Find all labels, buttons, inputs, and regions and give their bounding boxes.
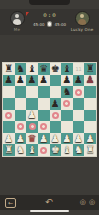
- square-c6[interactable]: [26, 86, 38, 98]
- square-g8[interactable]: 11: [73, 63, 85, 75]
- square-c4[interactable]: ♟: [26, 110, 38, 122]
- black-pawn: ♟: [51, 99, 60, 109]
- ghost-marker: 11: [75, 66, 81, 72]
- square-a4[interactable]: [3, 110, 15, 122]
- player-left[interactable]: Me: [2, 11, 32, 32]
- undo-icon[interactable]: ↶: [45, 198, 53, 207]
- square-f1[interactable]: ♝: [61, 144, 73, 156]
- square-h7[interactable]: ♟: [84, 75, 96, 87]
- square-d2[interactable]: ♟: [38, 133, 50, 145]
- square-h1[interactable]: ♜: [84, 144, 96, 156]
- black-pawn: ♟: [62, 75, 71, 85]
- square-b2[interactable]: ♟: [15, 133, 27, 145]
- square-a8[interactable]: ♜: [3, 63, 15, 75]
- white-bishop: ♝: [28, 145, 37, 155]
- square-a2[interactable]: ♟: [3, 133, 15, 145]
- legal-move-dot[interactable]: [40, 147, 47, 154]
- white-pawn: ♟: [16, 134, 25, 144]
- match-header: Me 0 : 0 45:00 45:00 Lucky One: [0, 9, 99, 35]
- black-pawn: ♟: [16, 75, 25, 85]
- square-d1[interactable]: [38, 144, 50, 156]
- legal-move-dot[interactable]: [63, 100, 70, 107]
- legal-move-dot[interactable]: [29, 123, 36, 130]
- white-rook: ♜: [86, 145, 95, 155]
- square-g5[interactable]: [73, 98, 85, 110]
- square-f6[interactable]: ♞: [61, 86, 73, 98]
- player-left-avatar[interactable]: [10, 11, 25, 26]
- hint-icon[interactable]: ◎: [80, 199, 86, 206]
- white-pawn: ♟: [86, 134, 95, 144]
- square-e6[interactable]: [50, 86, 62, 98]
- match-score: 0 : 0: [33, 12, 66, 18]
- square-d6[interactable]: [38, 86, 50, 98]
- square-f2[interactable]: ♟: [61, 133, 73, 145]
- black-pawn: ♟: [4, 75, 13, 85]
- settings-icon[interactable]: ◎: [89, 199, 95, 206]
- home-indicator[interactable]: [30, 210, 69, 212]
- white-king: ♚: [51, 145, 60, 155]
- square-h5[interactable]: [84, 98, 96, 110]
- square-e4[interactable]: [50, 110, 62, 122]
- player-left-flag-icon: [26, 12, 29, 16]
- avatar-head: [15, 14, 19, 18]
- square-b3[interactable]: [15, 121, 27, 133]
- square-e5[interactable]: ♟: [50, 98, 62, 110]
- black-pawn: ♟: [86, 75, 95, 85]
- white-pawn: ♟: [39, 134, 48, 144]
- black-rook: ♜: [4, 64, 13, 74]
- player-right[interactable]: Lucky One: [67, 11, 97, 32]
- square-e2[interactable]: ♟: [50, 133, 62, 145]
- square-a7[interactable]: ♟: [3, 75, 15, 87]
- square-h2[interactable]: ♟: [84, 133, 96, 145]
- square-d4[interactable]: [38, 110, 50, 122]
- square-c7[interactable]: ♟: [26, 75, 38, 87]
- black-knight: ♞: [16, 64, 25, 74]
- black-pawn: ♟: [74, 75, 83, 85]
- white-pawn: ♟: [51, 134, 60, 144]
- avatar-head: [80, 14, 84, 18]
- black-knight: ♞: [62, 87, 71, 97]
- clock-row: 45:00 45:00: [33, 21, 66, 27]
- white-rook: ♜: [4, 145, 13, 155]
- black-bishop: ♝: [28, 64, 37, 74]
- square-g4[interactable]: [73, 110, 85, 122]
- square-b1[interactable]: ♞: [15, 144, 27, 156]
- black-rook: ♜: [86, 64, 95, 74]
- legal-move-dot[interactable]: [40, 123, 47, 130]
- square-f7[interactable]: ♟: [61, 75, 73, 87]
- white-pawn: ♟: [28, 110, 37, 120]
- white-pawn: ♟: [62, 134, 71, 144]
- square-h4[interactable]: [84, 110, 96, 122]
- black-queen: ♛: [39, 64, 48, 74]
- square-d5[interactable]: [38, 98, 50, 110]
- square-c5[interactable]: [26, 98, 38, 110]
- square-h6[interactable]: [84, 86, 96, 98]
- legal-move-dot[interactable]: [17, 123, 24, 130]
- turn-indicator-dot: [47, 21, 53, 27]
- square-e3[interactable]: [50, 121, 62, 133]
- square-c3[interactable]: [26, 121, 38, 133]
- square-e8[interactable]: ♚: [50, 63, 62, 75]
- square-c2[interactable]: ♛: [26, 133, 38, 145]
- black-king: ♚: [51, 64, 60, 74]
- square-c8[interactable]: ♝: [26, 63, 38, 75]
- white-bishop: ♝: [62, 145, 71, 155]
- black-pawn: ♟: [28, 75, 37, 85]
- avatar-body: [13, 19, 21, 25]
- player-left-name: Me: [2, 27, 32, 32]
- black-pawn: ♟: [39, 75, 48, 85]
- square-a5[interactable]: [3, 98, 15, 110]
- clock-right: 45:00: [54, 22, 66, 27]
- square-b5[interactable]: [15, 98, 27, 110]
- square-b8[interactable]: ♞: [15, 63, 27, 75]
- player-right-avatar[interactable]: [75, 11, 90, 26]
- square-g7[interactable]: ♟: [73, 75, 85, 87]
- square-f4[interactable]: [61, 110, 73, 122]
- square-b4[interactable]: [15, 110, 27, 122]
- square-b6[interactable]: [15, 86, 27, 98]
- square-g2[interactable]: ♟: [73, 133, 85, 145]
- square-a6[interactable]: [3, 86, 15, 98]
- player-right-name: Lucky One: [67, 27, 97, 32]
- phone-notch: [29, 0, 70, 5]
- legal-move-dot[interactable]: [52, 112, 59, 119]
- square-d7[interactable]: ♟: [38, 75, 50, 87]
- white-pawn: ♟: [74, 134, 83, 144]
- square-g6[interactable]: [73, 86, 85, 98]
- white-knight: ♞: [16, 145, 25, 155]
- square-d8[interactable]: ♛: [38, 63, 50, 75]
- square-g3[interactable]: [73, 121, 85, 133]
- bottom-toolbar: ← ↶ ◎ ◎: [0, 195, 99, 210]
- square-a1[interactable]: ♜: [3, 144, 15, 156]
- square-f5[interactable]: [61, 98, 73, 110]
- square-c1[interactable]: ♝: [26, 144, 38, 156]
- square-f3[interactable]: [61, 121, 73, 133]
- square-h3[interactable]: [84, 121, 96, 133]
- match-status: 0 : 0 45:00 45:00: [33, 12, 66, 27]
- square-a3[interactable]: [3, 121, 15, 133]
- black-bishop: ♝: [62, 64, 71, 74]
- square-e1[interactable]: ♚: [50, 144, 62, 156]
- legal-move-dot[interactable]: [5, 112, 12, 119]
- square-e7[interactable]: [50, 75, 62, 87]
- square-g1[interactable]: ♞: [73, 144, 85, 156]
- white-pawn: ♟: [4, 134, 13, 144]
- square-d3[interactable]: [38, 121, 50, 133]
- square-f8[interactable]: ♝: [61, 63, 73, 75]
- legal-move-dot[interactable]: [75, 89, 82, 96]
- white-knight: ♞: [74, 145, 83, 155]
- avatar-body: [78, 19, 86, 25]
- chess-board: ♜♞♝♛♚♝11♜♟♟♟♟♟♟♟♞♟♟♟♟♛♟♟♟♟♟♜♞♝♚♝♞♜: [2, 62, 97, 157]
- back-button[interactable]: ←: [5, 198, 16, 208]
- clock-left: 45:00: [33, 22, 45, 27]
- square-h8[interactable]: ♜: [84, 63, 96, 75]
- square-b7[interactable]: ♟: [15, 75, 27, 87]
- white-queen: ♛: [28, 134, 37, 144]
